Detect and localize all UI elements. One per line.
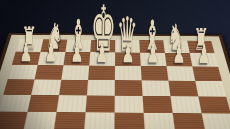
piece-white-pawn-c2[interactable]: ♟ <box>147 41 160 67</box>
piece-white-pawn-h2[interactable]: ♟ <box>19 40 32 66</box>
scene-tilt-wrapper: ♜♞♝♚♛♝♞♜♟♟♟♟♟♟♟♟ <box>0 0 230 129</box>
piece-white-pawn-g2[interactable]: ♟ <box>45 40 58 66</box>
piece-white-pawn-e2[interactable]: ♟ <box>96 40 109 66</box>
pieces-layer: ♜♞♝♚♛♝♞♜♟♟♟♟♟♟♟♟ <box>0 0 230 129</box>
piece-white-pawn-d2[interactable]: ♟ <box>121 40 134 66</box>
piece-white-pawn-f2[interactable]: ♟ <box>70 40 83 66</box>
piece-white-pawn-a2[interactable]: ♟ <box>198 41 211 67</box>
piece-white-pawn-b2[interactable]: ♟ <box>172 41 185 67</box>
chessboard-photo-scene: ♜♞♝♚♛♝♞♜♟♟♟♟♟♟♟♟ <box>0 0 230 129</box>
